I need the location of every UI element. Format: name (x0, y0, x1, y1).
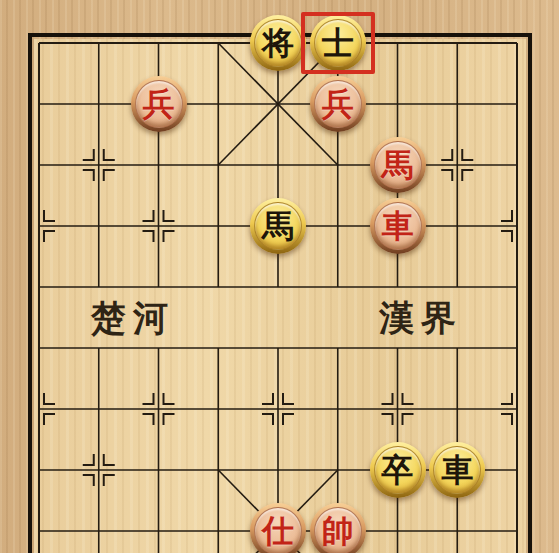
piece-glyph: 馬 (382, 149, 414, 181)
piece-red-chariot[interactable]: 車 (370, 198, 426, 254)
piece-black-advisor[interactable]: 士 (310, 15, 366, 71)
piece-glyph: 車 (441, 454, 473, 486)
piece-black-chariot[interactable]: 車 (429, 442, 485, 498)
piece-glyph: 車 (382, 210, 414, 242)
piece-red-general[interactable]: 帥 (310, 503, 366, 553)
river-label-right: 漢界 (379, 300, 463, 335)
piece-red-soldier[interactable]: 兵 (131, 76, 187, 132)
piece-glyph: 卒 (382, 454, 414, 486)
xiangqi-board[interactable]: 楚河 漢界 将士兵兵馬馬車卒車仕帥 (0, 0, 559, 553)
piece-glyph: 帥 (322, 515, 354, 547)
piece-black-soldier[interactable]: 卒 (370, 442, 426, 498)
piece-glyph: 馬 (262, 210, 294, 242)
piece-glyph: 兵 (322, 88, 354, 120)
river-label-left: 楚河 (91, 300, 175, 335)
piece-glyph: 仕 (262, 515, 294, 547)
piece-glyph: 士 (322, 27, 354, 59)
piece-red-soldier[interactable]: 兵 (310, 76, 366, 132)
piece-red-advisor[interactable]: 仕 (250, 503, 306, 553)
piece-black-horse[interactable]: 馬 (250, 198, 306, 254)
piece-glyph: 将 (262, 27, 294, 59)
piece-glyph: 兵 (143, 88, 175, 120)
piece-black-general[interactable]: 将 (250, 15, 306, 71)
piece-red-horse[interactable]: 馬 (370, 137, 426, 193)
